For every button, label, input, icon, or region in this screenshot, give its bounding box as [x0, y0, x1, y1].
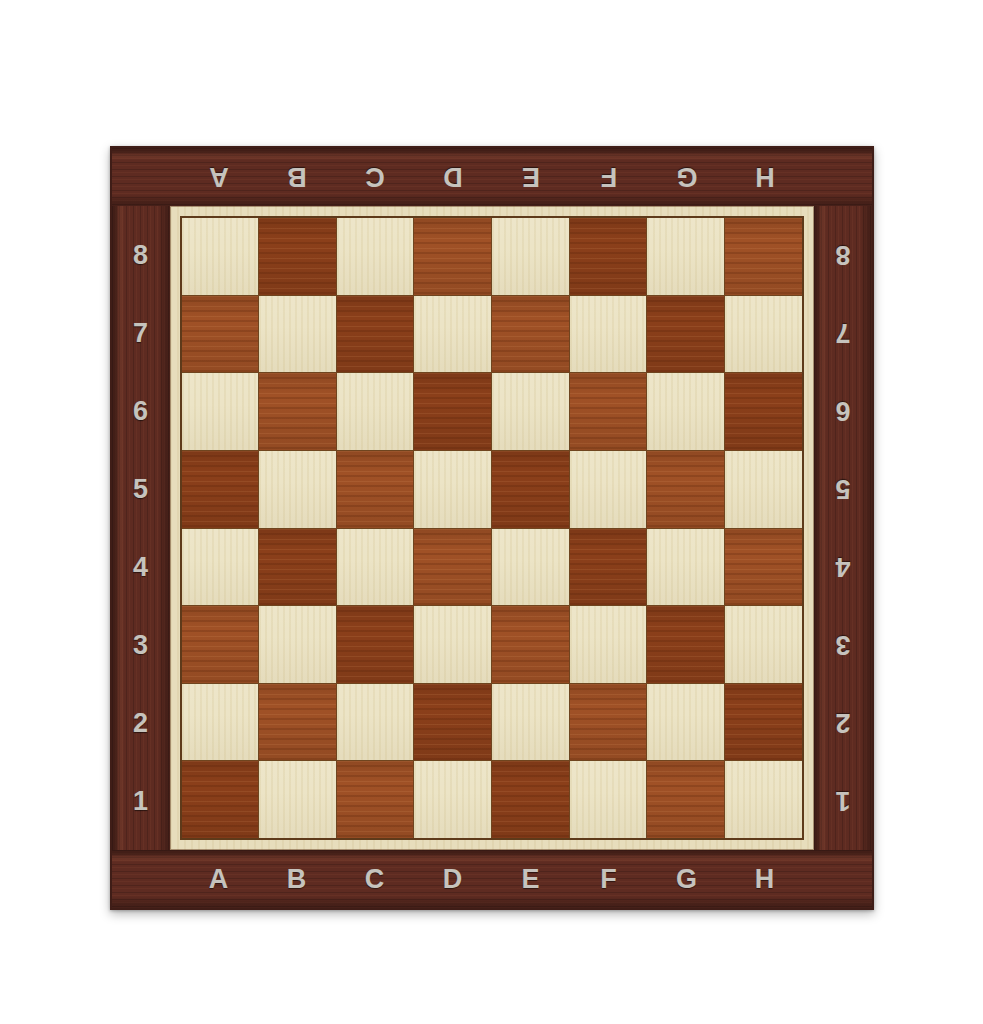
rank-label-left-8: 8: [112, 216, 170, 294]
square-d8[interactable]: [414, 218, 491, 295]
square-d1[interactable]: [414, 761, 491, 838]
file-label-bottom-g: G: [648, 850, 726, 908]
square-d2[interactable]: [414, 684, 491, 761]
square-b5[interactable]: [259, 451, 336, 528]
rank-label-right-3: 3: [814, 606, 872, 684]
square-g7[interactable]: [647, 296, 724, 373]
square-f4[interactable]: [570, 529, 647, 606]
rank-label-right-5: 5: [814, 450, 872, 528]
square-e2[interactable]: [492, 684, 569, 761]
file-label-top-d: D: [414, 148, 492, 206]
square-a3[interactable]: [182, 606, 259, 683]
square-b3[interactable]: [259, 606, 336, 683]
rank-label-left-5: 5: [112, 450, 170, 528]
square-e7[interactable]: [492, 296, 569, 373]
photo-background: ABCDEFGH 87654321 87654321 ABCDEFGH: [0, 0, 983, 1024]
square-h3[interactable]: [725, 606, 802, 683]
square-f1[interactable]: [570, 761, 647, 838]
square-a5[interactable]: [182, 451, 259, 528]
square-c2[interactable]: [337, 684, 414, 761]
square-c1[interactable]: [337, 761, 414, 838]
square-d6[interactable]: [414, 373, 491, 450]
square-a8[interactable]: [182, 218, 259, 295]
square-f3[interactable]: [570, 606, 647, 683]
file-label-top-c: C: [336, 148, 414, 206]
square-f6[interactable]: [570, 373, 647, 450]
file-label-bottom-h: H: [726, 850, 804, 908]
square-g6[interactable]: [647, 373, 724, 450]
square-d7[interactable]: [414, 296, 491, 373]
board-frame-top: ABCDEFGH: [112, 148, 872, 206]
rank-label-left-3: 3: [112, 606, 170, 684]
file-label-bottom-b: B: [258, 850, 336, 908]
square-e3[interactable]: [492, 606, 569, 683]
square-f7[interactable]: [570, 296, 647, 373]
rank-labels-left: 87654321: [112, 216, 170, 840]
square-h1[interactable]: [725, 761, 802, 838]
rank-label-right-4: 4: [814, 528, 872, 606]
square-g8[interactable]: [647, 218, 724, 295]
square-b4[interactable]: [259, 529, 336, 606]
square-e6[interactable]: [492, 373, 569, 450]
square-d5[interactable]: [414, 451, 491, 528]
square-c3[interactable]: [337, 606, 414, 683]
file-label-top-b: B: [258, 148, 336, 206]
file-label-bottom-c: C: [336, 850, 414, 908]
square-h4[interactable]: [725, 529, 802, 606]
rank-label-right-6: 6: [814, 372, 872, 450]
board-squares-grid: [180, 216, 804, 840]
square-e8[interactable]: [492, 218, 569, 295]
square-d3[interactable]: [414, 606, 491, 683]
rank-label-left-6: 6: [112, 372, 170, 450]
square-e5[interactable]: [492, 451, 569, 528]
file-label-bottom-a: A: [180, 850, 258, 908]
file-labels-top: ABCDEFGH: [180, 148, 804, 206]
square-e4[interactable]: [492, 529, 569, 606]
square-g3[interactable]: [647, 606, 724, 683]
square-h5[interactable]: [725, 451, 802, 528]
square-c4[interactable]: [337, 529, 414, 606]
rank-label-left-4: 4: [112, 528, 170, 606]
rank-labels-right: 87654321: [814, 216, 872, 840]
square-f8[interactable]: [570, 218, 647, 295]
square-h2[interactable]: [725, 684, 802, 761]
rank-label-right-1: 1: [814, 762, 872, 840]
file-label-top-f: F: [570, 148, 648, 206]
board-frame-left: 87654321: [112, 206, 170, 850]
square-a2[interactable]: [182, 684, 259, 761]
file-label-bottom-e: E: [492, 850, 570, 908]
board-frame-right: 87654321: [814, 206, 872, 850]
square-b6[interactable]: [259, 373, 336, 450]
rank-label-right-2: 2: [814, 684, 872, 762]
square-b1[interactable]: [259, 761, 336, 838]
square-a7[interactable]: [182, 296, 259, 373]
square-a6[interactable]: [182, 373, 259, 450]
file-labels-bottom: ABCDEFGH: [180, 850, 804, 908]
square-a4[interactable]: [182, 529, 259, 606]
board-inlay-border: [170, 206, 814, 850]
file-label-top-a: A: [180, 148, 258, 206]
file-label-bottom-d: D: [414, 850, 492, 908]
square-b8[interactable]: [259, 218, 336, 295]
square-b7[interactable]: [259, 296, 336, 373]
square-c5[interactable]: [337, 451, 414, 528]
square-h8[interactable]: [725, 218, 802, 295]
square-e1[interactable]: [492, 761, 569, 838]
chess-board: ABCDEFGH 87654321 87654321 ABCDEFGH: [110, 146, 874, 910]
square-h7[interactable]: [725, 296, 802, 373]
file-label-top-e: E: [492, 148, 570, 206]
square-g5[interactable]: [647, 451, 724, 528]
rank-label-left-1: 1: [112, 762, 170, 840]
rank-label-left-7: 7: [112, 294, 170, 372]
file-label-top-h: H: [726, 148, 804, 206]
square-g1[interactable]: [647, 761, 724, 838]
square-h6[interactable]: [725, 373, 802, 450]
square-c8[interactable]: [337, 218, 414, 295]
rank-label-left-2: 2: [112, 684, 170, 762]
file-label-bottom-f: F: [570, 850, 648, 908]
rank-label-right-7: 7: [814, 294, 872, 372]
square-g4[interactable]: [647, 529, 724, 606]
file-label-top-g: G: [648, 148, 726, 206]
square-c6[interactable]: [337, 373, 414, 450]
board-frame-bottom: ABCDEFGH: [112, 850, 872, 908]
square-d4[interactable]: [414, 529, 491, 606]
square-f5[interactable]: [570, 451, 647, 528]
square-g2[interactable]: [647, 684, 724, 761]
square-b2[interactable]: [259, 684, 336, 761]
square-a1[interactable]: [182, 761, 259, 838]
square-f2[interactable]: [570, 684, 647, 761]
square-c7[interactable]: [337, 296, 414, 373]
rank-label-right-8: 8: [814, 216, 872, 294]
